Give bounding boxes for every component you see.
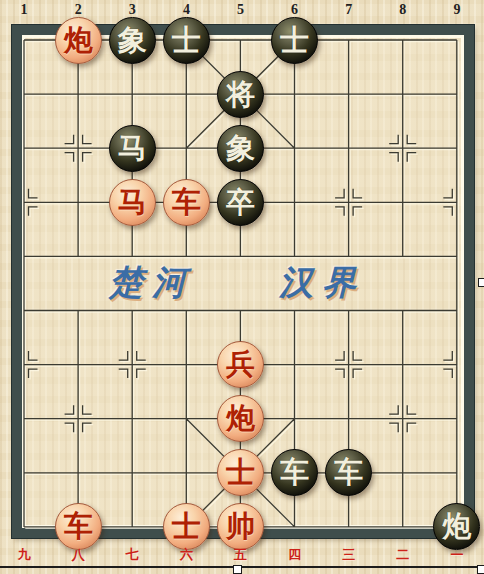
file-label-九: 九 (0, 546, 51, 564)
bottom-coordinates: 九八七六五四三二一 (0, 546, 484, 564)
piece-character: 马 (118, 134, 147, 163)
piece-red-cannon[interactable]: 炮 (217, 395, 264, 442)
piece-character: 马 (118, 188, 147, 217)
file-label-八: 八 (51, 546, 105, 564)
piece-red-advisor[interactable]: 士 (163, 503, 210, 550)
file-label-三: 三 (322, 546, 376, 564)
piece-red-general[interactable]: 帅 (217, 503, 264, 550)
piece-black-elephant[interactable]: 象 (217, 125, 264, 172)
piece-black-advisor[interactable]: 士 (271, 17, 318, 64)
selection-handle-bottom-right[interactable] (477, 565, 484, 574)
piece-character: 士 (280, 26, 309, 55)
piece-character: 兵 (226, 350, 255, 379)
piece-black-soldier[interactable]: 卒 (217, 179, 264, 226)
piece-red-horse[interactable]: 马 (109, 179, 156, 226)
file-label-七: 七 (105, 546, 159, 564)
piece-character: 士 (172, 512, 201, 541)
piece-red-soldier[interactable]: 兵 (217, 341, 264, 388)
piece-character: 车 (172, 188, 201, 217)
file-label-六: 六 (159, 546, 213, 564)
piece-red-advisor[interactable]: 士 (217, 449, 264, 496)
file-label-四: 四 (268, 546, 322, 564)
file-label-二: 二 (376, 546, 430, 564)
piece-black-chariot[interactable]: 车 (271, 449, 318, 496)
piece-character: 车 (64, 512, 93, 541)
piece-character: 士 (172, 26, 201, 55)
board[interactable]: 炮象士士将马象马车卒兵炮士车车车士帅炮 (0, 13, 484, 554)
piece-character: 车 (280, 458, 309, 487)
piece-character: 车 (334, 458, 363, 487)
piece-black-horse[interactable]: 马 (109, 125, 156, 172)
piece-character: 炮 (64, 26, 93, 55)
piece-character: 帅 (226, 512, 255, 541)
piece-character: 炮 (442, 512, 471, 541)
piece-black-cannon[interactable]: 炮 (433, 503, 480, 550)
piece-character: 炮 (226, 404, 255, 433)
piece-character: 将 (226, 80, 255, 109)
piece-black-general[interactable]: 将 (217, 71, 264, 118)
piece-red-chariot[interactable]: 车 (163, 179, 210, 226)
selection-handle-bottom-center[interactable] (233, 565, 242, 574)
piece-black-chariot[interactable]: 车 (325, 449, 372, 496)
piece-black-advisor[interactable]: 士 (163, 17, 210, 64)
piece-red-cannon[interactable]: 炮 (55, 17, 102, 64)
xiangqi-app: 123456789 楚河 汉界 炮象士士将马象马车卒兵炮士车车车士帅炮 九八七六… (0, 0, 484, 574)
piece-character: 象 (226, 134, 255, 163)
piece-character: 象 (118, 26, 147, 55)
selection-border (0, 566, 484, 568)
file-label-一: 一 (430, 546, 484, 564)
piece-character: 士 (226, 458, 255, 487)
piece-red-chariot[interactable]: 车 (55, 503, 102, 550)
piece-black-elephant[interactable]: 象 (109, 17, 156, 64)
piece-character: 卒 (226, 188, 255, 217)
file-label-五: 五 (213, 546, 267, 564)
selection-handle-mid-right[interactable] (478, 278, 484, 287)
